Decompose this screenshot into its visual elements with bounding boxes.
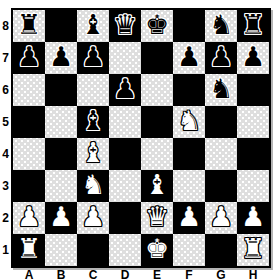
- file-label-b: B: [45, 268, 77, 280]
- square-b3[interactable]: [45, 170, 77, 202]
- square-c6[interactable]: [77, 74, 109, 106]
- file-label-c: C: [77, 268, 109, 280]
- square-h7[interactable]: ♟: [237, 42, 269, 74]
- square-c2[interactable]: ♟: [77, 202, 109, 234]
- white-rook: ♜: [17, 234, 41, 264]
- square-h3[interactable]: [237, 170, 269, 202]
- black-rook: ♜: [241, 10, 265, 40]
- square-a2[interactable]: ♟: [13, 202, 45, 234]
- black-queen: ♛: [113, 10, 137, 40]
- white-bishop: ♝: [81, 138, 105, 168]
- black-knight: ♞: [209, 10, 233, 40]
- square-g5[interactable]: [205, 106, 237, 138]
- square-a8[interactable]: ♜: [13, 10, 45, 42]
- square-a7[interactable]: ♟: [13, 42, 45, 74]
- square-a1[interactable]: ♜: [13, 234, 45, 266]
- square-a6[interactable]: [13, 74, 45, 106]
- black-knight: ♞: [209, 74, 233, 104]
- square-h6[interactable]: [237, 74, 269, 106]
- black-pawn: ♟: [17, 42, 41, 72]
- square-b2[interactable]: ♟: [45, 202, 77, 234]
- black-pawn: ♟: [49, 42, 73, 72]
- chess-diagram: 8 7 6 5 4 3 2 1 ♜♝♛♚♞♜♟♟♟♟♟♟♟♞♝♞♝♞♝♟♟♟♛♟…: [0, 0, 280, 280]
- file-label-f: F: [173, 268, 205, 280]
- white-pawn: ♟: [241, 202, 265, 232]
- square-f7[interactable]: ♟: [173, 42, 205, 74]
- file-label-g: G: [205, 268, 237, 280]
- rank-label-8: 8: [0, 10, 11, 42]
- white-rook: ♜: [241, 234, 265, 264]
- white-king: ♚: [145, 234, 169, 264]
- square-c1[interactable]: [77, 234, 109, 266]
- square-e8[interactable]: ♚: [141, 10, 173, 42]
- square-e5[interactable]: [141, 106, 173, 138]
- square-d2[interactable]: [109, 202, 141, 234]
- square-b6[interactable]: [45, 74, 77, 106]
- square-a5[interactable]: [13, 106, 45, 138]
- white-knight: ♞: [177, 106, 201, 136]
- rank-label-3: 3: [0, 170, 11, 202]
- square-f8[interactable]: [173, 10, 205, 42]
- square-c7[interactable]: ♟: [77, 42, 109, 74]
- rank-label-4: 4: [0, 138, 11, 170]
- white-knight: ♞: [81, 170, 105, 200]
- square-a4[interactable]: [13, 138, 45, 170]
- square-f3[interactable]: [173, 170, 205, 202]
- white-bishop: ♝: [145, 170, 169, 200]
- file-label-h: H: [237, 268, 269, 280]
- black-pawn: ♟: [241, 42, 265, 72]
- square-d8[interactable]: ♛: [109, 10, 141, 42]
- square-e6[interactable]: [141, 74, 173, 106]
- file-labels: A B C D E F G H: [13, 268, 269, 280]
- square-h4[interactable]: [237, 138, 269, 170]
- square-g2[interactable]: ♟: [205, 202, 237, 234]
- black-king: ♚: [145, 10, 169, 40]
- square-g6[interactable]: ♞: [205, 74, 237, 106]
- square-b5[interactable]: [45, 106, 77, 138]
- square-d3[interactable]: [109, 170, 141, 202]
- square-d1[interactable]: [109, 234, 141, 266]
- black-pawn: ♟: [177, 42, 201, 72]
- square-h2[interactable]: ♟: [237, 202, 269, 234]
- square-f6[interactable]: [173, 74, 205, 106]
- black-rook: ♜: [17, 10, 41, 40]
- square-f2[interactable]: ♟: [173, 202, 205, 234]
- square-b7[interactable]: ♟: [45, 42, 77, 74]
- white-queen: ♛: [145, 202, 169, 232]
- black-pawn: ♟: [113, 74, 137, 104]
- square-b8[interactable]: [45, 10, 77, 42]
- square-b4[interactable]: [45, 138, 77, 170]
- square-c8[interactable]: ♝: [77, 10, 109, 42]
- square-d7[interactable]: [109, 42, 141, 74]
- file-label-e: E: [141, 268, 173, 280]
- square-f1[interactable]: [173, 234, 205, 266]
- chessboard: ♜♝♛♚♞♜♟♟♟♟♟♟♟♞♝♞♝♞♝♟♟♟♛♟♟♟♜♚♜: [11, 8, 271, 268]
- white-pawn: ♟: [81, 202, 105, 232]
- square-e2[interactable]: ♛: [141, 202, 173, 234]
- white-pawn: ♟: [209, 202, 233, 232]
- rank-label-7: 7: [0, 42, 11, 74]
- black-pawn: ♟: [209, 42, 233, 72]
- rank-label-2: 2: [0, 202, 11, 234]
- square-e4[interactable]: [141, 138, 173, 170]
- square-e7[interactable]: [141, 42, 173, 74]
- square-g8[interactable]: ♞: [205, 10, 237, 42]
- rank-label-5: 5: [0, 106, 11, 138]
- black-pawn: ♟: [81, 42, 105, 72]
- square-e1[interactable]: ♚: [141, 234, 173, 266]
- white-pawn: ♟: [49, 202, 73, 232]
- rank-labels: 8 7 6 5 4 3 2 1: [0, 10, 11, 266]
- square-h5[interactable]: [237, 106, 269, 138]
- square-f5[interactable]: ♞: [173, 106, 205, 138]
- file-label-a: A: [13, 268, 45, 280]
- square-g1[interactable]: [205, 234, 237, 266]
- white-pawn: ♟: [17, 202, 41, 232]
- square-d5[interactable]: [109, 106, 141, 138]
- square-c3[interactable]: ♞: [77, 170, 109, 202]
- rank-label-6: 6: [0, 74, 11, 106]
- black-bishop: ♝: [81, 106, 105, 136]
- square-c4[interactable]: ♝: [77, 138, 109, 170]
- square-b1[interactable]: [45, 234, 77, 266]
- square-d6[interactable]: ♟: [109, 74, 141, 106]
- square-f4[interactable]: [173, 138, 205, 170]
- square-g3[interactable]: [205, 170, 237, 202]
- square-e3[interactable]: ♝: [141, 170, 173, 202]
- white-pawn: ♟: [177, 202, 201, 232]
- square-h8[interactable]: ♜: [237, 10, 269, 42]
- rank-label-1: 1: [0, 234, 11, 266]
- square-g4[interactable]: [205, 138, 237, 170]
- square-a3[interactable]: [13, 170, 45, 202]
- square-c5[interactable]: ♝: [77, 106, 109, 138]
- square-h1[interactable]: ♜: [237, 234, 269, 266]
- file-label-d: D: [109, 268, 141, 280]
- black-bishop: ♝: [81, 10, 105, 40]
- square-g7[interactable]: ♟: [205, 42, 237, 74]
- square-d4[interactable]: [109, 138, 141, 170]
